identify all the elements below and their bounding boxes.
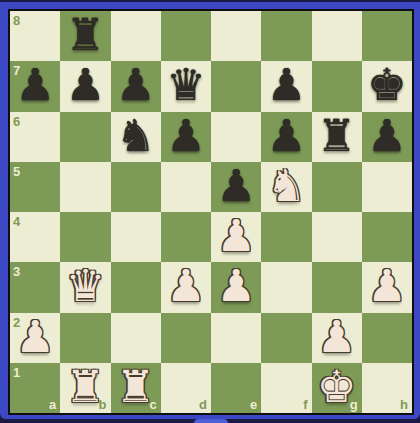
square-c6[interactable]: ♞ [111,112,161,162]
rank-label-1: 1 [13,366,20,379]
square-a6[interactable]: 6 [10,112,60,162]
square-b5[interactable] [60,162,110,212]
piece-white-rook[interactable]: ♜ [66,365,105,409]
square-g5[interactable] [312,162,362,212]
piece-black-pawn[interactable]: ♟ [267,63,306,107]
rank-label-3: 3 [13,265,20,278]
square-g4[interactable] [312,212,362,262]
square-c3[interactable] [111,262,161,312]
file-label-e: e [250,398,257,411]
square-c4[interactable] [111,212,161,262]
square-e7[interactable] [211,61,261,111]
square-f3[interactable] [261,262,311,312]
piece-white-pawn[interactable]: ♟ [317,315,356,359]
square-a7[interactable]: 7♟ [10,61,60,111]
square-h2[interactable] [362,313,412,363]
square-e6[interactable] [211,112,261,162]
piece-white-pawn[interactable]: ♟ [216,264,255,308]
piece-black-pawn[interactable]: ♟ [267,114,306,158]
square-a8[interactable]: 8 [10,11,60,61]
piece-black-pawn[interactable]: ♟ [66,63,105,107]
square-b3[interactable]: ♛ [60,262,110,312]
square-e5[interactable]: ♟ [211,162,261,212]
square-b6[interactable] [60,112,110,162]
file-label-h: h [400,398,408,411]
square-b7[interactable]: ♟ [60,61,110,111]
square-g8[interactable] [312,11,362,61]
square-f7[interactable]: ♟ [261,61,311,111]
piece-black-pawn[interactable]: ♟ [15,63,54,107]
piece-black-rook[interactable]: ♜ [66,13,105,57]
square-h3[interactable]: ♟ [362,262,412,312]
piece-white-rook[interactable]: ♜ [116,365,155,409]
square-c5[interactable] [111,162,161,212]
rank-label-4: 4 [13,215,20,228]
square-e2[interactable] [211,313,261,363]
square-b8[interactable]: ♜ [60,11,110,61]
square-d5[interactable] [161,162,211,212]
square-g1[interactable]: g♚ [312,363,362,413]
piece-black-knight[interactable]: ♞ [116,114,155,158]
square-a3[interactable]: 3 [10,262,60,312]
square-d4[interactable] [161,212,211,262]
square-a1[interactable]: 1a [10,363,60,413]
square-f6[interactable]: ♟ [261,112,311,162]
square-e1[interactable]: e [211,363,261,413]
bottom-accent-bar [194,419,228,423]
square-b2[interactable] [60,313,110,363]
square-f2[interactable] [261,313,311,363]
rank-label-5: 5 [13,165,20,178]
square-e8[interactable] [211,11,261,61]
square-f1[interactable]: f [261,363,311,413]
piece-white-queen[interactable]: ♛ [66,264,105,308]
chess-board: 8♜7♟♟♟♛♟♚6♞♟♟♜♟5♟♞4♟3♛♟♟♟2♟♟1ab♜c♜defg♚h [10,11,412,413]
square-f5[interactable]: ♞ [261,162,311,212]
square-b4[interactable] [60,212,110,262]
piece-black-pawn[interactable]: ♟ [116,63,155,107]
square-h5[interactable] [362,162,412,212]
square-g3[interactable] [312,262,362,312]
rank-label-6: 6 [13,115,20,128]
square-h8[interactable] [362,11,412,61]
square-a5[interactable]: 5 [10,162,60,212]
rank-label-8: 8 [13,14,20,27]
square-a2[interactable]: 2♟ [10,313,60,363]
piece-black-king[interactable]: ♚ [367,63,406,107]
square-d2[interactable] [161,313,211,363]
square-d8[interactable] [161,11,211,61]
file-label-f: f [303,398,307,411]
piece-black-pawn[interactable]: ♟ [367,114,406,158]
square-f8[interactable] [261,11,311,61]
square-h1[interactable]: h [362,363,412,413]
piece-black-rook[interactable]: ♜ [317,114,356,158]
piece-white-knight[interactable]: ♞ [267,164,306,208]
file-label-a: a [49,398,56,411]
square-e3[interactable]: ♟ [211,262,261,312]
square-g2[interactable]: ♟ [312,313,362,363]
piece-white-pawn[interactable]: ♟ [15,315,54,359]
file-label-d: d [199,398,207,411]
piece-black-pawn[interactable]: ♟ [216,164,255,208]
square-d7[interactable]: ♛ [161,61,211,111]
square-b1[interactable]: b♜ [60,363,110,413]
board-border: 8♜7♟♟♟♛♟♚6♞♟♟♜♟5♟♞4♟3♛♟♟♟2♟♟1ab♜c♜defg♚h [8,9,414,415]
square-g6[interactable]: ♜ [312,112,362,162]
app-background: { "game": "chess", "board_theme": "green… [0,0,420,423]
piece-white-pawn[interactable]: ♟ [367,264,406,308]
square-a4[interactable]: 4 [10,212,60,262]
square-h7[interactable]: ♚ [362,61,412,111]
square-h6[interactable]: ♟ [362,112,412,162]
square-c2[interactable] [111,313,161,363]
square-c1[interactable]: c♜ [111,363,161,413]
square-c7[interactable]: ♟ [111,61,161,111]
square-e4[interactable]: ♟ [211,212,261,262]
piece-white-king[interactable]: ♚ [317,365,356,409]
square-g7[interactable] [312,61,362,111]
square-h4[interactable] [362,212,412,262]
square-d3[interactable]: ♟ [161,262,211,312]
square-d1[interactable]: d [161,363,211,413]
piece-white-pawn[interactable]: ♟ [166,264,205,308]
square-f4[interactable] [261,212,311,262]
square-c8[interactable] [111,11,161,61]
piece-white-pawn[interactable]: ♟ [216,214,255,258]
square-d6[interactable]: ♟ [161,112,211,162]
piece-black-queen[interactable]: ♛ [166,63,205,107]
piece-black-pawn[interactable]: ♟ [166,114,205,158]
